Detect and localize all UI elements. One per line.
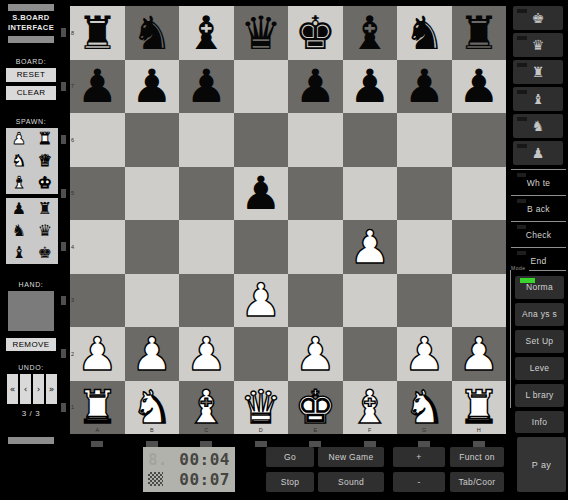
- mode-group-label: Mode: [511, 265, 526, 271]
- spawn-white-bishop[interactable]: ♝: [6, 172, 32, 194]
- square-e7[interactable]: ♟: [288, 60, 343, 114]
- file-label: A: [70, 427, 125, 433]
- square-b1[interactable]: B♞: [125, 381, 180, 435]
- spawn-black-bishop[interactable]: ♝: [6, 242, 32, 264]
- app-title-line1: S.BOARD: [0, 13, 62, 23]
- app-title: S.BOARD INTERFACE: [0, 13, 62, 33]
- square-c3[interactable]: [179, 274, 234, 328]
- mode-group-border: [510, 270, 511, 408]
- square-f8[interactable]: ♝: [343, 6, 398, 60]
- file-tick-mark: [91, 441, 103, 447]
- spawn-section-label: SPAWN:: [0, 118, 62, 125]
- white-pawn-icon: ♟: [12, 131, 26, 147]
- mode-button-level[interactable]: Leve: [515, 357, 564, 380]
- square-d5[interactable]: ♟: [234, 167, 289, 221]
- square-g1[interactable]: G♞: [397, 381, 452, 435]
- divider-bar: [8, 4, 54, 11]
- rank-tick-mark: [61, 28, 66, 37]
- square-h4[interactable]: [452, 220, 507, 274]
- square-d4[interactable]: [234, 220, 289, 274]
- square-a2[interactable]: 2♟: [70, 327, 125, 381]
- white-knight-piece: ♞: [404, 384, 445, 430]
- rank-label: 7: [71, 83, 74, 89]
- black-knight-piece: ♞: [131, 10, 172, 56]
- black-pawn-piece: ♟: [131, 63, 172, 109]
- rank-tick-mark: [61, 349, 66, 358]
- spawn-white-pawn[interactable]: ♟: [6, 128, 32, 150]
- white-pawn-piece: ♟: [186, 331, 227, 377]
- rook-button[interactable]: ♜: [513, 60, 563, 84]
- black-pawn-piece: ♟: [240, 170, 281, 216]
- square-b8[interactable]: ♞: [125, 6, 180, 60]
- white-rook-piece: ♜: [458, 384, 499, 430]
- clock-ghost-digit: 8.: [148, 450, 167, 469]
- rank-label: 6: [71, 137, 74, 143]
- black-rook-icon: ♜: [38, 201, 52, 217]
- led-indicator: [517, 90, 527, 94]
- redo-button[interactable]: ›: [33, 374, 44, 404]
- square-c4[interactable]: [179, 220, 234, 274]
- black-bishop-icon: ♝: [12, 245, 26, 261]
- led-indicator: [517, 199, 526, 203]
- square-c5[interactable]: [179, 167, 234, 221]
- square-f6[interactable]: [343, 113, 398, 167]
- play-button[interactable]: P ay: [517, 437, 566, 492]
- black-pawn-piece: ♟: [77, 63, 118, 109]
- square-b5[interactable]: [125, 167, 180, 221]
- clock-row-bottom: 00:07: [148, 469, 230, 489]
- file-label: B: [125, 427, 180, 433]
- square-g8[interactable]: ♞: [397, 6, 452, 60]
- square-b4[interactable]: [125, 220, 180, 274]
- spawn-black-pawn[interactable]: ♟: [6, 198, 32, 220]
- square-g5[interactable]: [397, 167, 452, 221]
- rank-tick-mark: [61, 135, 66, 144]
- clock-time-bottom: 00:07: [179, 470, 230, 489]
- spawn-palette-black: ♟♜♞♛♝♚: [6, 198, 58, 264]
- file-label: G: [397, 427, 452, 433]
- square-h7[interactable]: ♟: [452, 60, 507, 114]
- square-a8[interactable]: 8♜: [70, 6, 125, 60]
- square-a5[interactable]: 5: [70, 167, 125, 221]
- square-f4[interactable]: ♟: [343, 220, 398, 274]
- spawn-white-knight[interactable]: ♞: [6, 150, 32, 172]
- hand-section-label: HAND:: [0, 281, 62, 288]
- hand-slot[interactable]: [8, 291, 54, 331]
- rank-label: 4: [71, 244, 74, 250]
- square-d7[interactable]: [234, 60, 289, 114]
- mode-button-analysis[interactable]: Ana ys s: [515, 303, 564, 326]
- white-pawn-piece: ♟: [131, 331, 172, 377]
- remove-button[interactable]: REMOVE: [6, 338, 56, 351]
- rank-tick-mark: [61, 403, 66, 412]
- led-indicator: [517, 251, 526, 255]
- divider-bar: [8, 437, 54, 444]
- file-label: E: [288, 427, 343, 433]
- undo-all-button[interactable]: «: [7, 374, 18, 404]
- file-label: F: [343, 427, 398, 433]
- queen-button[interactable]: ♛: [513, 33, 563, 57]
- square-a7[interactable]: 7♟: [70, 60, 125, 114]
- plus-button[interactable]: +: [393, 447, 445, 467]
- led-indicator: [517, 63, 527, 67]
- minus-button[interactable]: -: [393, 472, 445, 492]
- square-c2[interactable]: ♟: [179, 327, 234, 381]
- pawn-button[interactable]: ♟: [513, 141, 563, 165]
- black-knight-icon: ♞: [12, 223, 26, 239]
- mode-button-setup[interactable]: Set Up: [515, 330, 564, 353]
- rank-label: 3: [71, 297, 74, 303]
- square-c7[interactable]: ♟: [179, 60, 234, 114]
- chess-clock-display: 8. 00:04 00:07: [143, 447, 235, 492]
- square-e3[interactable]: [288, 274, 343, 328]
- white-rook-piece: ♜: [77, 384, 118, 430]
- black-pawn-piece: ♟: [458, 63, 499, 109]
- square-g6[interactable]: [397, 113, 452, 167]
- square-b3[interactable]: [125, 274, 180, 328]
- go-button[interactable]: Go: [266, 447, 314, 467]
- rank-tick-mark: [61, 242, 66, 251]
- square-f7[interactable]: ♟: [343, 60, 398, 114]
- square-c8[interactable]: ♝: [179, 6, 234, 60]
- spawn-black-queen[interactable]: ♛: [32, 220, 58, 242]
- rank-tick-mark: [61, 82, 66, 91]
- square-d2[interactable]: [234, 327, 289, 381]
- square-e5[interactable]: [288, 167, 343, 221]
- check-button[interactable]: Check: [511, 221, 566, 247]
- black-rook-piece: ♜: [458, 10, 499, 56]
- divider-bar: [8, 36, 54, 43]
- white-knight-icon: ♞: [12, 153, 26, 169]
- mode-button-library[interactable]: L brary: [515, 384, 564, 407]
- black-king-icon: ♚: [38, 245, 52, 261]
- spawn-white-queen[interactable]: ♛: [32, 150, 58, 172]
- led-indicator: [517, 225, 526, 229]
- square-c1[interactable]: C♝: [179, 381, 234, 435]
- led-indicator: [517, 36, 527, 40]
- clock-pixel-icon: [148, 472, 163, 486]
- square-a3[interactable]: 3: [70, 274, 125, 328]
- square-g7[interactable]: ♟: [397, 60, 452, 114]
- square-f3[interactable]: [343, 274, 398, 328]
- square-h3[interactable]: [452, 274, 507, 328]
- file-label: D: [234, 427, 289, 433]
- white-rook-icon: ♜: [38, 131, 52, 147]
- square-h5[interactable]: [452, 167, 507, 221]
- new-game-button[interactable]: New Game: [318, 447, 384, 467]
- white-queen-icon: ♛: [38, 153, 52, 169]
- square-g3[interactable]: [397, 274, 452, 328]
- black-pawn-piece: ♟: [404, 63, 445, 109]
- tab-coor-button[interactable]: Tab/Coor: [450, 472, 504, 492]
- square-e2[interactable]: ♟: [288, 327, 343, 381]
- rank-tick-mark: [61, 189, 66, 198]
- white-pawn-piece: ♟: [404, 331, 445, 377]
- square-e6[interactable]: [288, 113, 343, 167]
- white-pawn-piece: ♟: [458, 331, 499, 377]
- undo-controls: «‹›»: [7, 374, 57, 404]
- spawn-palette-white: ♟♜♞♛♝♚: [6, 128, 58, 194]
- mode-button-normal[interactable]: Norma: [515, 276, 564, 299]
- bishop-button[interactable]: ♝: [513, 87, 563, 111]
- square-a6[interactable]: 6: [70, 113, 125, 167]
- board-section-label: BOARD:: [0, 58, 62, 65]
- square-d1[interactable]: D♛: [234, 381, 289, 435]
- rank-label: 2: [71, 351, 74, 357]
- square-b6[interactable]: [125, 113, 180, 167]
- black-button[interactable]: B ack: [511, 195, 566, 221]
- square-c6[interactable]: [179, 113, 234, 167]
- undo-counter: 3 / 3: [0, 409, 62, 418]
- white-pawn-piece: ♟: [295, 331, 336, 377]
- black-pawn-icon: ♟: [12, 201, 26, 217]
- white-queen-piece: ♛: [240, 384, 281, 430]
- file-label: H: [452, 427, 507, 433]
- square-f2[interactable]: [343, 327, 398, 381]
- green-led-indicator: [520, 278, 535, 283]
- spawn-black-rook[interactable]: ♜: [32, 198, 58, 220]
- spawn-black-king[interactable]: ♚: [32, 242, 58, 264]
- square-h6[interactable]: [452, 113, 507, 167]
- white-pawn-piece: ♟: [77, 331, 118, 377]
- white-king-piece: ♚: [295, 384, 336, 430]
- rank-label: 8: [71, 30, 74, 36]
- black-queen-piece: ♛: [240, 10, 281, 56]
- square-g4[interactable]: [397, 220, 452, 274]
- file-label: C: [179, 427, 234, 433]
- white-pawn-piece: ♟: [240, 277, 281, 323]
- black-bishop-piece: ♝: [349, 10, 390, 56]
- square-h2[interactable]: ♟: [452, 327, 507, 381]
- white-button[interactable]: Wh te: [511, 169, 566, 195]
- reset-button[interactable]: RESET: [6, 68, 56, 82]
- rank-tick-mark: [61, 296, 66, 305]
- led-indicator: [517, 144, 527, 148]
- rank-label: 1: [71, 404, 74, 410]
- white-pawn-piece: ♟: [349, 224, 390, 270]
- square-d8[interactable]: ♛: [234, 6, 289, 60]
- square-d3[interactable]: ♟: [234, 274, 289, 328]
- file-tick-mark: [255, 441, 267, 447]
- spawn-black-knight[interactable]: ♞: [6, 220, 32, 242]
- rank-label: 5: [71, 190, 74, 196]
- undo-button[interactable]: ‹: [20, 374, 31, 404]
- black-pawn-piece: ♟: [349, 63, 390, 109]
- led-indicator: [517, 9, 527, 13]
- function-button[interactable]: Funct on: [450, 447, 504, 467]
- chess-board: 8♜♞♝♛♚♝♞♜7♟♟♟♟♟♟♟65♟4♟3♟2♟♟♟♟♟♟1A♜B♞C♝D♛…: [70, 6, 506, 434]
- square-h1[interactable]: H♜: [452, 381, 507, 435]
- info-button[interactable]: Info: [515, 411, 564, 433]
- square-f1[interactable]: F♝: [343, 381, 398, 435]
- square-g2[interactable]: ♟: [397, 327, 452, 381]
- black-king-piece: ♚: [295, 10, 336, 56]
- led-indicator: [517, 117, 527, 121]
- chess-computer-ui: S.BOARD INTERFACE BOARD: RESET CLEAR SPA…: [0, 0, 568, 500]
- white-bishop-icon: ♝: [12, 175, 26, 191]
- white-king-icon: ♚: [38, 175, 52, 191]
- square-a4[interactable]: 4: [70, 220, 125, 274]
- stop-button[interactable]: Stop: [266, 472, 314, 492]
- clock-row-top: 8. 00:04: [148, 449, 230, 469]
- clock-time-top: 00:04: [179, 450, 230, 469]
- square-e8[interactable]: ♚: [288, 6, 343, 60]
- square-b2[interactable]: ♟: [125, 327, 180, 381]
- redo-all-button[interactable]: »: [46, 374, 57, 404]
- square-b7[interactable]: ♟: [125, 60, 180, 114]
- black-knight-piece: ♞: [404, 10, 445, 56]
- app-title-line2: INTERFACE: [0, 23, 62, 33]
- sound-button[interactable]: Sound: [318, 472, 384, 492]
- black-rook-piece: ♜: [77, 10, 118, 56]
- black-queen-icon: ♛: [38, 223, 52, 239]
- square-f5[interactable]: [343, 167, 398, 221]
- white-bishop-piece: ♝: [186, 384, 227, 430]
- led-indicator: [517, 173, 526, 177]
- mode-group-border: [529, 270, 566, 271]
- square-e4[interactable]: [288, 220, 343, 274]
- black-bishop-piece: ♝: [186, 10, 227, 56]
- king-button[interactable]: ♚: [513, 6, 563, 30]
- square-a1[interactable]: 1A♜: [70, 381, 125, 435]
- square-h8[interactable]: ♜: [452, 6, 507, 60]
- black-pawn-piece: ♟: [295, 63, 336, 109]
- white-bishop-piece: ♝: [349, 384, 390, 430]
- clear-button[interactable]: CLEAR: [6, 86, 56, 100]
- white-knight-piece: ♞: [131, 384, 172, 430]
- square-e1[interactable]: E♚: [288, 381, 343, 435]
- spawn-white-rook[interactable]: ♜: [32, 128, 58, 150]
- square-d6[interactable]: [234, 113, 289, 167]
- undo-section-label: UNDO:: [0, 364, 62, 371]
- spawn-white-king[interactable]: ♚: [32, 172, 58, 194]
- knight-button[interactable]: ♞: [513, 114, 563, 138]
- black-pawn-piece: ♟: [186, 63, 227, 109]
